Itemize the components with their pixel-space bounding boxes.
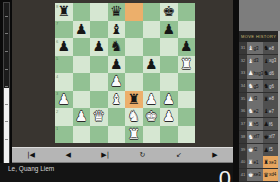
white-bishop: ♝ xyxy=(108,91,126,109)
square-g1[interactable] xyxy=(160,126,178,144)
square-f8[interactable] xyxy=(143,3,161,21)
white-pawn: ♟ xyxy=(143,91,161,109)
white-pawn: ♟ xyxy=(160,108,178,126)
black-pawn: ♟ xyxy=(90,38,108,56)
square-d6[interactable]: ♞ xyxy=(108,38,126,56)
move-number: 34 xyxy=(239,80,247,92)
player-name: Le, Quang Liem xyxy=(8,165,54,172)
square-a5[interactable]: 5 xyxy=(55,56,73,74)
move-text: xf7 xyxy=(269,134,275,139)
black-move[interactable]: ♞g6 xyxy=(263,80,279,92)
square-b7[interactable]: ♟ xyxy=(73,21,91,39)
square-a6[interactable]: 6♟ xyxy=(55,38,73,56)
move-number: 39 xyxy=(239,144,247,156)
play-button[interactable]: ▶ xyxy=(208,148,221,162)
square-c7[interactable] xyxy=(90,21,108,39)
move-number: 41 xyxy=(239,169,247,181)
black-queen: ♛ xyxy=(108,3,126,21)
white-pawn: ♟ xyxy=(108,73,126,91)
black-king: ♚ xyxy=(160,3,178,21)
move-row: 36♞e2♝e7 xyxy=(239,105,278,118)
eval-tick xyxy=(5,121,8,122)
square-h3[interactable] xyxy=(178,91,196,109)
move-text: e8 xyxy=(269,46,274,51)
move-text: g3 xyxy=(253,46,258,51)
black-move[interactable]: ♛xd4 xyxy=(263,169,279,181)
eval-tick xyxy=(5,69,8,70)
move-number: 40 xyxy=(239,156,247,168)
black-move[interactable]: ♜xe3 xyxy=(263,156,279,168)
eval-tick xyxy=(5,33,8,34)
square-h2[interactable] xyxy=(178,108,196,126)
move-text: h5 xyxy=(253,122,258,127)
move-number: 36 xyxy=(239,105,247,117)
square-b5[interactable] xyxy=(73,56,91,74)
white-move[interactable]: ♞e2 xyxy=(247,105,263,117)
step-back-button[interactable]: ◀ xyxy=(61,148,74,162)
white-move[interactable]: ♚f2 xyxy=(247,144,263,156)
black-pawn: ♟ xyxy=(73,21,91,39)
black-rook: ♜ xyxy=(125,91,143,109)
black-move[interactable]: ♜e8 xyxy=(263,93,279,105)
rank-label: 2 xyxy=(56,109,58,114)
move-text: xg3 xyxy=(269,58,276,63)
move-text: xe3 xyxy=(253,172,260,177)
square-g3[interactable]: ♟ xyxy=(160,91,178,109)
square-e5[interactable] xyxy=(125,56,143,74)
square-h8[interactable] xyxy=(178,3,196,21)
white-queen: ♛ xyxy=(90,108,108,126)
white-move[interactable]: ♜e1 xyxy=(247,156,263,168)
black-pawn: ♟ xyxy=(160,21,178,39)
square-d4[interactable]: ♟ xyxy=(108,73,126,91)
move-row: 33♟hxg3♞d6 xyxy=(239,67,278,80)
white-move[interactable]: ♚xe3 xyxy=(247,169,263,181)
square-g4[interactable] xyxy=(160,73,178,91)
black-move[interactable]: ♟f6 xyxy=(263,118,279,130)
square-b3[interactable] xyxy=(73,91,91,109)
arrow-tool-button[interactable]: ↙ xyxy=(172,148,186,162)
black-pawn: ♟ xyxy=(178,38,196,56)
player-clock: 0 xyxy=(219,166,231,182)
move-row: 39♚f2♟f5 xyxy=(239,144,278,157)
square-e4[interactable] xyxy=(125,73,143,91)
square-b8[interactable] xyxy=(73,3,91,21)
square-e3[interactable]: ♜ xyxy=(125,91,143,109)
flip-refresh-button[interactable]: ↻ xyxy=(136,148,150,162)
white-move[interactable]: ♟f3 xyxy=(247,93,263,105)
black-move[interactable]: ♟f5 xyxy=(263,144,279,156)
move-text: xd4 xyxy=(269,172,276,177)
move-text: f3 xyxy=(253,96,257,101)
move-text: g6 xyxy=(269,84,274,89)
eval-tick xyxy=(5,16,8,17)
square-g8[interactable]: ♚ xyxy=(160,3,178,21)
chess-board[interactable]: 8♜♛♚7♟♝♟6♟♟♞♟5♟♟♜4♟3♟♝♜♟♟2♟♛♞♚♟1♜ xyxy=(55,3,195,143)
player-bar: Le, Quang Liem 0 xyxy=(0,163,239,182)
square-f4[interactable] xyxy=(143,73,161,91)
square-a7[interactable]: 7 xyxy=(55,21,73,39)
go-end-button[interactable]: ▶| xyxy=(97,148,113,162)
move-text: hxg3 xyxy=(253,71,262,76)
move-text: g5 xyxy=(253,84,258,89)
move-row: 32♝d3♝xg3 xyxy=(239,55,278,68)
move-text: e1 xyxy=(253,160,258,165)
square-h1[interactable] xyxy=(178,126,196,144)
black-rook: ♜ xyxy=(55,3,73,21)
board-panel: 8♜♛♚7♟♝♟6♟♟♞♟5♟♟♜4♟3♟♝♜♟♟2♟♛♞♚♟1♜ xyxy=(12,0,233,147)
move-list: 31♝g3♞e832♝d3♝xg333♟hxg3♞d634♞g5♞g635♟f3… xyxy=(239,42,278,182)
square-g2[interactable]: ♟ xyxy=(160,108,178,126)
move-row: 35♟f3♜e8 xyxy=(239,93,278,106)
square-c1[interactable] xyxy=(90,126,108,144)
square-f3[interactable]: ♟ xyxy=(143,91,161,109)
rank-label: 4 xyxy=(56,74,58,79)
white-pawn: ♟ xyxy=(160,91,178,109)
black-move[interactable]: ♝xg3 xyxy=(263,55,279,67)
square-h7[interactable] xyxy=(178,21,196,39)
square-d8[interactable]: ♛ xyxy=(108,3,126,21)
black-move[interactable]: ♝e7 xyxy=(263,105,279,117)
eval-tick xyxy=(5,86,8,87)
move-number: 31 xyxy=(239,42,247,54)
black-move[interactable]: ♞e8 xyxy=(263,42,279,54)
square-a2[interactable]: 2 xyxy=(55,108,73,126)
square-d5[interactable]: ♟ xyxy=(108,56,126,74)
move-number: 33 xyxy=(239,67,247,79)
white-move[interactable]: ♝d3 xyxy=(247,55,263,67)
white-move[interactable]: ♞xf7 xyxy=(247,131,263,143)
move-number: 37 xyxy=(239,118,247,130)
square-c4[interactable] xyxy=(90,73,108,91)
square-h4[interactable] xyxy=(178,73,196,91)
square-a3[interactable]: 3♟ xyxy=(55,91,73,109)
square-g5[interactable] xyxy=(160,56,178,74)
square-g7[interactable]: ♟ xyxy=(160,21,178,39)
rank-label: 5 xyxy=(56,56,58,61)
white-move[interactable]: ♝g3 xyxy=(247,42,263,54)
eval-bar-strip xyxy=(0,0,12,182)
square-c6[interactable]: ♟ xyxy=(90,38,108,56)
square-g6[interactable] xyxy=(160,38,178,56)
square-b1[interactable] xyxy=(73,126,91,144)
square-c3[interactable] xyxy=(90,91,108,109)
navigation-toolbar: |◀◀▶|↻↙▶ xyxy=(12,147,233,163)
white-knight: ♞ xyxy=(125,108,143,126)
square-e1[interactable]: ♜ xyxy=(125,126,143,144)
move-text: d3 xyxy=(253,58,258,63)
black-pawn: ♟ xyxy=(108,56,126,74)
move-number: 35 xyxy=(239,93,247,105)
move-row: 40♜e1♜xe3 xyxy=(239,156,278,169)
move-text: f6 xyxy=(269,122,273,127)
square-f1[interactable] xyxy=(143,126,161,144)
move-text: xe3 xyxy=(269,160,276,165)
square-f6[interactable] xyxy=(143,38,161,56)
move-text: xf7 xyxy=(253,134,259,139)
square-h5[interactable]: ♜ xyxy=(178,56,196,74)
square-b4[interactable] xyxy=(73,73,91,91)
white-rook: ♜ xyxy=(178,56,196,74)
move-text: e2 xyxy=(253,109,258,114)
square-f7[interactable] xyxy=(143,21,161,39)
square-b6[interactable] xyxy=(73,38,91,56)
move-number: 38 xyxy=(239,131,247,143)
white-rook: ♜ xyxy=(125,126,143,144)
square-c2[interactable]: ♛ xyxy=(90,108,108,126)
square-a4[interactable]: 4 xyxy=(55,73,73,91)
square-d1[interactable] xyxy=(108,126,126,144)
square-d2[interactable] xyxy=(108,108,126,126)
rank-label: 1 xyxy=(56,126,58,131)
square-a8[interactable]: 8♜ xyxy=(55,3,73,21)
white-move[interactable]: ♞g5 xyxy=(247,80,263,92)
rank-label: 7 xyxy=(56,21,58,26)
black-pawn: ♟ xyxy=(143,56,161,74)
black-bishop: ♝ xyxy=(108,21,126,39)
square-b2[interactable]: ♟ xyxy=(73,108,91,126)
move-list-scrollbar[interactable] xyxy=(278,31,280,182)
black-move[interactable]: ♞d6 xyxy=(263,67,279,79)
move-row: 37♜h5♟f6 xyxy=(239,118,278,131)
square-c8[interactable] xyxy=(90,3,108,21)
move-list-sidebar: MOVE HISTORY 31♝g3♞e832♝d3♝xg333♟hxg3♞d6… xyxy=(239,0,280,182)
square-d3[interactable]: ♝ xyxy=(108,91,126,109)
black-move[interactable]: ♚xf7 xyxy=(263,131,279,143)
move-text: e8 xyxy=(269,96,274,101)
black-pawn: ♟ xyxy=(55,38,73,56)
move-text: e7 xyxy=(269,109,274,114)
square-e8[interactable] xyxy=(125,3,143,21)
move-list-header: MOVE HISTORY xyxy=(239,31,278,42)
go-start-button[interactable]: |◀ xyxy=(23,148,39,162)
move-row: 41♚xe3♛xd4 xyxy=(239,169,278,182)
evaluation-bar xyxy=(3,2,10,164)
white-move[interactable]: ♜h5 xyxy=(247,118,263,130)
move-row: 38♞xf7♚xf7 xyxy=(239,131,278,144)
square-h6[interactable]: ♟ xyxy=(178,38,196,56)
white-king: ♚ xyxy=(143,108,161,126)
white-pawn: ♟ xyxy=(55,91,73,109)
square-e6[interactable] xyxy=(125,38,143,56)
white-pawn: ♟ xyxy=(73,108,91,126)
eval-tick xyxy=(5,51,8,52)
move-number: 32 xyxy=(239,55,247,67)
square-e7[interactable] xyxy=(125,21,143,39)
square-e2[interactable]: ♞ xyxy=(125,108,143,126)
move-text: f5 xyxy=(269,147,273,152)
square-f2[interactable]: ♚ xyxy=(143,108,161,126)
square-c5[interactable] xyxy=(90,56,108,74)
evaluation-bar-white-portion xyxy=(4,88,9,163)
move-row: 31♝g3♞e8 xyxy=(239,42,278,55)
chess-analysis-app: 8♜♛♚7♟♝♟6♟♟♞♟5♟♟♜4♟3♟♝♜♟♟2♟♛♞♚♟1♜ |◀◀▶|↻… xyxy=(0,0,280,182)
black-knight: ♞ xyxy=(108,38,126,56)
move-row: 34♞g5♞g6 xyxy=(239,80,278,93)
eval-tick xyxy=(5,139,8,140)
move-text: d6 xyxy=(269,71,274,76)
white-move[interactable]: ♟hxg3 xyxy=(247,67,263,79)
square-a1[interactable]: 1 xyxy=(55,126,73,144)
square-f5[interactable]: ♟ xyxy=(143,56,161,74)
square-d7[interactable]: ♝ xyxy=(108,21,126,39)
eval-tick xyxy=(5,104,8,105)
move-text: f2 xyxy=(253,147,257,152)
